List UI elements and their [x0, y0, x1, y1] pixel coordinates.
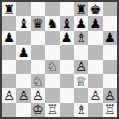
- square-c5[interactable]: [31, 45, 45, 59]
- square-h5[interactable]: [103, 45, 117, 59]
- square-f8[interactable]: ♜: [74, 2, 88, 16]
- black-king-piece: ♚: [90, 3, 102, 16]
- square-c4[interactable]: [31, 60, 45, 74]
- square-b8[interactable]: [16, 2, 30, 16]
- square-d7[interactable]: ♞: [45, 16, 59, 30]
- square-d3[interactable]: [45, 74, 59, 88]
- square-e5[interactable]: [60, 45, 74, 59]
- square-b6[interactable]: [16, 31, 30, 45]
- square-f5[interactable]: [74, 45, 88, 59]
- square-h1[interactable]: ♖: [103, 103, 117, 117]
- white-bishop-piece: ♗: [75, 31, 87, 44]
- square-h2[interactable]: ♙: [103, 88, 117, 102]
- chess-board: ♜♜♚♝♛♞♝♟♟♟♟♗♟♟♘♙♘♕♙♙♙♙♙♔♖♗♖: [0, 0, 119, 119]
- square-a1[interactable]: [2, 103, 16, 117]
- black-pawn-piece: ♟: [90, 17, 102, 30]
- square-a5[interactable]: [2, 45, 16, 59]
- square-g8[interactable]: ♚: [88, 2, 102, 16]
- square-e4[interactable]: [60, 60, 74, 74]
- black-rook-piece: ♜: [75, 3, 87, 16]
- square-d5[interactable]: [45, 45, 59, 59]
- black-rook-piece: ♜: [3, 3, 15, 16]
- black-pawn-piece: ♟: [61, 31, 73, 44]
- white-pawn-piece: ♙: [104, 89, 116, 102]
- square-h7[interactable]: [103, 16, 117, 30]
- square-e6[interactable]: ♟: [60, 31, 74, 45]
- square-d8[interactable]: [45, 2, 59, 16]
- square-g2[interactable]: ♙: [88, 88, 102, 102]
- square-d1[interactable]: ♖: [45, 103, 59, 117]
- white-pawn-piece: ♙: [18, 89, 30, 102]
- square-c7[interactable]: ♛: [31, 16, 45, 30]
- square-e1[interactable]: [60, 103, 74, 117]
- white-rook-piece: ♖: [104, 103, 116, 116]
- square-h8[interactable]: [103, 2, 117, 16]
- square-g3[interactable]: [88, 74, 102, 88]
- white-bishop-piece: ♗: [75, 103, 87, 116]
- square-g1[interactable]: [88, 103, 102, 117]
- square-g5[interactable]: [88, 45, 102, 59]
- square-f1[interactable]: ♗: [74, 103, 88, 117]
- white-knight-piece: ♘: [46, 60, 58, 73]
- square-f3[interactable]: ♕: [74, 74, 88, 88]
- square-d6[interactable]: [45, 31, 59, 45]
- square-a3[interactable]: [2, 74, 16, 88]
- square-c8[interactable]: [31, 2, 45, 16]
- square-f2[interactable]: [74, 88, 88, 102]
- square-e8[interactable]: [60, 2, 74, 16]
- square-h6[interactable]: ♟: [103, 31, 117, 45]
- square-h3[interactable]: [103, 74, 117, 88]
- square-a7[interactable]: [2, 16, 16, 30]
- white-queen-piece: ♕: [75, 75, 87, 88]
- square-b1[interactable]: [16, 103, 30, 117]
- square-b2[interactable]: ♙: [16, 88, 30, 102]
- square-c2[interactable]: ♙: [31, 88, 45, 102]
- square-e2[interactable]: [60, 88, 74, 102]
- white-pawn-piece: ♙: [3, 89, 15, 102]
- white-pawn-piece: ♙: [75, 60, 87, 73]
- square-b4[interactable]: [16, 60, 30, 74]
- square-a6[interactable]: ♟: [2, 31, 16, 45]
- square-e7[interactable]: ♝: [60, 16, 74, 30]
- square-g4[interactable]: [88, 60, 102, 74]
- square-c1[interactable]: ♔: [31, 103, 45, 117]
- black-bishop-piece: ♝: [18, 17, 30, 30]
- square-b5[interactable]: ♟: [16, 45, 30, 59]
- square-b3[interactable]: [16, 74, 30, 88]
- square-d2[interactable]: [45, 88, 59, 102]
- black-queen-piece: ♛: [32, 17, 44, 30]
- black-pawn-piece: ♟: [75, 17, 87, 30]
- square-h4[interactable]: [103, 60, 117, 74]
- square-f4[interactable]: ♙: [74, 60, 88, 74]
- white-rook-piece: ♖: [46, 103, 58, 116]
- square-c3[interactable]: ♘: [31, 74, 45, 88]
- black-pawn-piece: ♟: [3, 31, 15, 44]
- square-a2[interactable]: ♙: [2, 88, 16, 102]
- white-pawn-piece: ♙: [32, 89, 44, 102]
- square-b7[interactable]: ♝: [16, 16, 30, 30]
- square-c6[interactable]: [31, 31, 45, 45]
- square-e3[interactable]: [60, 74, 74, 88]
- square-d4[interactable]: ♘: [45, 60, 59, 74]
- white-king-piece: ♔: [32, 103, 44, 116]
- square-a8[interactable]: ♜: [2, 2, 16, 16]
- square-g6[interactable]: [88, 31, 102, 45]
- black-pawn-piece: ♟: [104, 31, 116, 44]
- white-pawn-piece: ♙: [90, 89, 102, 102]
- square-f6[interactable]: ♗: [74, 31, 88, 45]
- square-f7[interactable]: ♟: [74, 16, 88, 30]
- black-knight-piece: ♞: [46, 17, 58, 30]
- black-pawn-piece: ♟: [18, 46, 30, 59]
- white-knight-piece: ♘: [32, 75, 44, 88]
- square-a4[interactable]: [2, 60, 16, 74]
- square-g7[interactable]: ♟: [88, 16, 102, 30]
- black-bishop-piece: ♝: [61, 17, 73, 30]
